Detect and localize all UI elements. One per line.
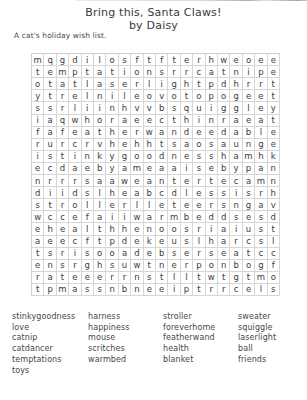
grid-cell: e: [144, 115, 156, 127]
grid-cell: e: [193, 211, 205, 223]
grid-cell: a: [69, 284, 81, 296]
grid-cell: n: [106, 284, 118, 296]
grid-cell: e: [193, 127, 205, 139]
grid-cell: d: [168, 187, 180, 199]
grid-cell: s: [168, 248, 180, 260]
grid-cell: l: [82, 90, 94, 102]
grid-cell: t: [44, 199, 56, 211]
grid-cell: a: [57, 78, 69, 90]
grid-cell: c: [268, 248, 280, 260]
grid-cell: o: [218, 90, 230, 102]
grid-cell: i: [82, 54, 94, 66]
grid-cell: e: [255, 54, 267, 66]
grid-cell: g: [57, 54, 69, 66]
grid-cell: n: [144, 66, 156, 78]
grid-cell: o: [94, 248, 106, 260]
grid-cell: n: [156, 175, 168, 187]
grid-cell: s: [168, 102, 180, 114]
grid-cell: y: [106, 151, 118, 163]
grid-cell: r: [57, 90, 69, 102]
word-list-item: catnip: [12, 333, 75, 344]
grid-cell: a: [106, 175, 118, 187]
grid-cell: e: [119, 187, 131, 199]
grid-cell: b: [243, 127, 255, 139]
grid-cell: p: [255, 66, 267, 78]
grid-cell: h: [119, 102, 131, 114]
grid-cell: t: [69, 78, 81, 90]
grid-cell: r: [193, 54, 205, 66]
grid-cell: n: [106, 102, 118, 114]
grid-cell: a: [255, 199, 267, 211]
grid-cell: k: [268, 151, 280, 163]
grid-cell: s: [156, 66, 168, 78]
grid-cell: s: [82, 187, 94, 199]
grid-cell: h: [206, 236, 218, 248]
grid-cell: t: [44, 90, 56, 102]
grid-cell: l: [168, 272, 180, 284]
word-list-item: catdancer: [12, 344, 75, 355]
grid-cell: a: [44, 115, 56, 127]
word-list-item: stinkygoodness: [12, 312, 75, 323]
grid-cell: o: [193, 139, 205, 151]
grid-cell: e: [144, 248, 156, 260]
grid-cell: f: [268, 260, 280, 272]
grid-cell: s: [218, 187, 230, 199]
grid-cell: a: [119, 248, 131, 260]
word-list-item: mouse: [88, 333, 130, 344]
grid-cell: i: [44, 187, 56, 199]
grid-cell: e: [131, 115, 143, 127]
word-list-item: health: [163, 344, 215, 355]
grid-cell: h: [106, 139, 118, 151]
grid-cell: m: [131, 163, 143, 175]
grid-cell: s: [255, 211, 267, 223]
grid-cell: t: [268, 90, 280, 102]
grid-cell: n: [243, 139, 255, 151]
grid-cell: i: [106, 90, 118, 102]
grid-cell: t: [168, 175, 180, 187]
grid-cell: c: [44, 163, 56, 175]
grid-cell: i: [69, 248, 81, 260]
grid-cell: u: [243, 223, 255, 235]
grid-cell: r: [32, 139, 44, 151]
grid-cell: s: [268, 284, 280, 296]
grid-cell: t: [106, 66, 118, 78]
grid-cell: d: [218, 78, 230, 90]
grid-cell: h: [44, 223, 56, 235]
word-list-item: friends: [238, 355, 276, 366]
grid-cell: k: [94, 151, 106, 163]
grid-cell: a: [230, 115, 242, 127]
grid-cell: d: [218, 127, 230, 139]
grid-cell: b: [156, 102, 168, 114]
grid-cell: p: [243, 163, 255, 175]
grid-cell: e: [44, 66, 56, 78]
grid-cell: r: [57, 175, 69, 187]
grid-cell: r: [106, 115, 118, 127]
grid-cell: w: [119, 175, 131, 187]
grid-cell: w: [218, 54, 230, 66]
grid-cell: s: [193, 163, 205, 175]
grid-cell: d: [131, 248, 143, 260]
grid-cell: s: [44, 102, 56, 114]
grid-cell: a: [255, 163, 267, 175]
grid-cell: i: [156, 78, 168, 90]
grid-cell: p: [69, 66, 81, 78]
grid-cell: u: [193, 102, 205, 114]
grid-cell: a: [131, 187, 143, 199]
grid-cell: w: [32, 211, 44, 223]
grid-cell: a: [230, 151, 242, 163]
grid-cell: a: [230, 127, 242, 139]
grid-cell: s: [44, 248, 56, 260]
word-list-item: laserlight: [238, 333, 276, 344]
grid-cell: m: [255, 175, 267, 187]
grid-cell: t: [243, 272, 255, 284]
grid-cell: i: [94, 102, 106, 114]
word-list-item: warmbed: [88, 355, 130, 366]
word-list-item: squiggle: [238, 323, 276, 334]
grid-cell: m: [168, 211, 180, 223]
grid-cell: l: [193, 236, 205, 248]
grid-cell: e: [106, 199, 118, 211]
grid-cell: o: [144, 90, 156, 102]
grid-cell: d: [119, 236, 131, 248]
grid-cell: t: [243, 248, 255, 260]
grid-cell: e: [181, 151, 193, 163]
grid-cell: e: [268, 139, 280, 151]
grid-cell: r: [206, 199, 218, 211]
grid-cell: o: [243, 260, 255, 272]
grid-cell: e: [193, 187, 205, 199]
grid-cell: w: [206, 272, 218, 284]
grid-cell: n: [144, 223, 156, 235]
word-list-item: sweater: [238, 312, 276, 323]
grid-cell: o: [193, 90, 205, 102]
grid-cell: r: [193, 175, 205, 187]
puzzle-title: Bring this, Santa Claws!: [0, 7, 307, 20]
puzzle-subtitle: A cat's holiday wish list.: [14, 31, 106, 40]
grid-cell: e: [131, 236, 143, 248]
grid-cell: c: [69, 236, 81, 248]
grid-cell: c: [255, 248, 267, 260]
grid-cell: n: [168, 151, 180, 163]
grid-cell: i: [119, 66, 131, 78]
grid-cell: s: [119, 54, 131, 66]
grid-cell: c: [156, 187, 168, 199]
grid-cell: l: [255, 284, 267, 296]
grid-cell: n: [230, 199, 242, 211]
grid-cell: n: [168, 127, 180, 139]
word-list-item: love: [12, 323, 75, 334]
grid-cell: i: [230, 187, 242, 199]
grid-cell: a: [144, 211, 156, 223]
grid-cell: t: [57, 272, 69, 284]
word-list-item: ball: [238, 344, 276, 355]
puzzle-page: Bring this, Santa Claws! by Daisy A cat'…: [0, 0, 307, 400]
grid-cell: e: [243, 90, 255, 102]
grid-cell: w: [144, 127, 156, 139]
grid-cell: y: [106, 163, 118, 175]
grid-cell: t: [94, 223, 106, 235]
grid-cell: s: [106, 78, 118, 90]
grid-cell: n: [156, 260, 168, 272]
grid-cell: t: [193, 284, 205, 296]
grid-cell: s: [44, 151, 56, 163]
grid-cell: e: [131, 90, 143, 102]
grid-cell: e: [94, 272, 106, 284]
grid-cell: o: [168, 90, 180, 102]
grid-cell: a: [218, 223, 230, 235]
grid-cell: t: [206, 175, 218, 187]
word-list-item: stroller: [163, 312, 215, 323]
grid-cell: b: [156, 248, 168, 260]
grid-cell: e: [131, 223, 143, 235]
grid-cell: e: [268, 54, 280, 66]
grid-cell: t: [144, 260, 156, 272]
word-list-item: foreverhome: [163, 323, 215, 334]
grid-cell: e: [168, 260, 180, 272]
grid-cell: s: [193, 151, 205, 163]
grid-cell: e: [32, 163, 44, 175]
grid-cell: h: [131, 139, 143, 151]
grid-cell: t: [193, 272, 205, 284]
grid-cell: e: [206, 163, 218, 175]
grid-cell: y: [32, 90, 44, 102]
grid-cell: e: [119, 127, 131, 139]
grid-cell: f: [32, 127, 44, 139]
grid-cell: k: [144, 236, 156, 248]
grid-cell: m: [243, 151, 255, 163]
grid-cell: p: [206, 90, 218, 102]
grid-cell: e: [218, 175, 230, 187]
grid-cell: u: [119, 260, 131, 272]
grid-cell: t: [32, 284, 44, 296]
grid-cell: f: [131, 54, 143, 66]
grid-cell: o: [106, 54, 118, 66]
grid-cell: l: [119, 90, 131, 102]
grid-cell: e: [32, 260, 44, 272]
grid-cell: r: [181, 66, 193, 78]
grid-cell: s: [206, 187, 218, 199]
grid-cell: a: [69, 163, 81, 175]
grid-cell: a: [230, 248, 242, 260]
grid-cell: g: [255, 260, 267, 272]
grid-cell: a: [119, 115, 131, 127]
grid-cell: e: [181, 175, 193, 187]
grid-cell: e: [57, 223, 69, 235]
grid-cell: n: [32, 175, 44, 187]
grid-cell: v: [156, 90, 168, 102]
grid-cell: t: [268, 78, 280, 90]
grid-cell: i: [32, 151, 44, 163]
word-list-item: harness: [88, 312, 130, 323]
grid-cell: c: [57, 211, 69, 223]
grid-cell: a: [32, 236, 44, 248]
grid-cell: e: [255, 102, 267, 114]
grid-cell: r: [57, 248, 69, 260]
grid-cell: i: [243, 66, 255, 78]
grid-cell: s: [206, 151, 218, 163]
grid-cell: p: [106, 236, 118, 248]
grid-cell: m: [57, 284, 69, 296]
grid-cell: i: [82, 102, 94, 114]
grid-cell: h: [255, 151, 267, 163]
grid-cell: l: [94, 187, 106, 199]
grid-cell: d: [181, 127, 193, 139]
grid-cell: r: [57, 139, 69, 151]
grid-cell: l: [144, 199, 156, 211]
grid-cell: u: [44, 139, 56, 151]
grid-cell: a: [44, 127, 56, 139]
grid-cell: e: [268, 66, 280, 78]
grid-cell: r: [131, 127, 143, 139]
grid-cell: r: [69, 175, 81, 187]
grid-cell: g: [168, 78, 180, 90]
grid-cell: h: [106, 127, 118, 139]
grid-cell: s: [206, 248, 218, 260]
grid-cell: e: [32, 223, 44, 235]
grid-cell: y: [230, 163, 242, 175]
grid-cell: l: [268, 236, 280, 248]
grid-cell: u: [230, 139, 242, 151]
grid-cell: a: [156, 163, 168, 175]
grid-cell: a: [44, 272, 56, 284]
grid-cell: e: [82, 272, 94, 284]
grid-cell: w: [131, 211, 143, 223]
word-list-column: stinkygoodnesslovecatnipcatdancertemptat…: [12, 312, 75, 376]
grid-cell: h: [218, 151, 230, 163]
grid-cell: m: [57, 66, 69, 78]
grid-cell: a: [218, 236, 230, 248]
grid-cell: i: [57, 187, 69, 199]
grid-cell: r: [206, 284, 218, 296]
grid-cell: e: [144, 284, 156, 296]
grid-cell: e: [181, 248, 193, 260]
grid-cell: n: [82, 151, 94, 163]
scan-artifact-line: [75, 0, 307, 1]
grid-cell: h: [106, 187, 118, 199]
grid-cell: f: [156, 54, 168, 66]
grid-cell: w: [131, 260, 143, 272]
grid-cell: g: [230, 272, 242, 284]
grid-cell: a: [82, 127, 94, 139]
grid-cell: i: [168, 284, 180, 296]
grid-cell: n: [218, 260, 230, 272]
grid-cell: l: [69, 102, 81, 114]
grid-cell: r: [57, 199, 69, 211]
grid-cell: e: [131, 175, 143, 187]
grid-cell: f: [57, 127, 69, 139]
grid-cell: s: [230, 211, 242, 223]
grid-cell: t: [94, 236, 106, 248]
grid-cell: t: [156, 272, 168, 284]
grid-cell: r: [243, 78, 255, 90]
word-list-item: toys: [12, 366, 75, 377]
grid-cell: a: [206, 66, 218, 78]
grid-cell: h: [94, 260, 106, 272]
grid-cell: g: [230, 90, 242, 102]
grid-cell: r: [32, 272, 44, 284]
grid-cell: c: [243, 236, 255, 248]
grid-cell: b: [94, 163, 106, 175]
grid-cell: a: [168, 163, 180, 175]
grid-cell: e: [69, 127, 81, 139]
grid-cell: r: [69, 260, 81, 272]
word-search-grid: mqgdilosftfterhweoeetemptationsrrcatnipe…: [31, 53, 280, 296]
word-list-column: harnesshappinessmousescritcheswarmbed: [88, 312, 130, 366]
grid-cell: l: [94, 199, 106, 211]
grid-cell: q: [44, 54, 56, 66]
word-list-column: strollerforeverhomefeatherwandhealthblan…: [163, 312, 215, 366]
grid-cell: o: [144, 151, 156, 163]
grid-cell: t: [156, 139, 168, 151]
grid-cell: a: [218, 139, 230, 151]
grid-cell: v: [131, 102, 143, 114]
grid-cell: r: [106, 272, 118, 284]
grid-cell: b: [119, 284, 131, 296]
grid-cell: r: [156, 211, 168, 223]
grid-cell: e: [144, 163, 156, 175]
grid-cell: g: [255, 139, 267, 151]
grid-cell: s: [82, 284, 94, 296]
grid-cell: i: [206, 223, 218, 235]
grid-cell: g: [230, 102, 242, 114]
word-list-item: featherwand: [163, 333, 215, 344]
word-list: stinkygoodnesslovecatnipcatdancertemptat…: [0, 312, 307, 382]
grid-cell: d: [218, 211, 230, 223]
grid-cell: t: [94, 127, 106, 139]
grid-cell: a: [144, 175, 156, 187]
word-list-column: sweatersquigglelaserlightballfriends: [238, 312, 276, 366]
grid-cell: o: [131, 151, 143, 163]
grid-cell: e: [119, 139, 131, 151]
grid-cell: u: [168, 236, 180, 248]
grid-cell: t: [57, 151, 69, 163]
grid-cell: l: [181, 187, 193, 199]
grid-cell: t: [144, 54, 156, 66]
grid-cell: r: [131, 78, 143, 90]
grid-cell: e: [243, 284, 255, 296]
grid-cell: l: [243, 102, 255, 114]
grid-cell: l: [94, 54, 106, 66]
word-list-item: scritches: [88, 344, 130, 355]
grid-cell: s: [106, 260, 118, 272]
grid-cell: e: [181, 54, 193, 66]
grid-cell: n: [206, 115, 218, 127]
grid-cell: o: [168, 223, 180, 235]
grid-cell: o: [243, 54, 255, 66]
grid-cell: r: [168, 66, 180, 78]
grid-cell: a: [94, 175, 106, 187]
grid-cell: p: [44, 284, 56, 296]
grid-cell: i: [206, 102, 218, 114]
grid-cell: o: [156, 223, 168, 235]
grid-cell: n: [44, 260, 56, 272]
grid-cell: r: [218, 115, 230, 127]
grid-cell: o: [94, 115, 106, 127]
grid-cell: s: [206, 139, 218, 151]
grid-cell: e: [230, 54, 242, 66]
grid-cell: e: [119, 78, 131, 90]
grid-cell: s: [57, 260, 69, 272]
grid-cell: l: [82, 199, 94, 211]
grid-cell: r: [181, 260, 193, 272]
grid-cell: o: [106, 248, 118, 260]
grid-cell: i: [181, 163, 193, 175]
grid-cell: d: [156, 151, 168, 163]
grid-cell: s: [32, 199, 44, 211]
